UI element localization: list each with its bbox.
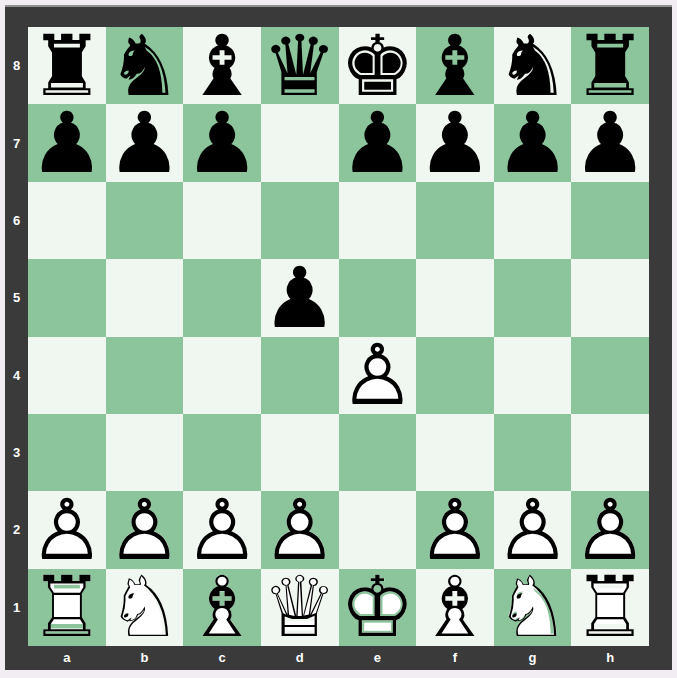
black-pawn-glyph: ♟: [106, 104, 184, 181]
black-pawn-g7[interactable]: ♟: [494, 104, 572, 181]
square-h4[interactable]: [571, 337, 649, 414]
black-bishop-glyph: ♝: [183, 27, 261, 104]
white-knight-g1[interactable]: ♞♘: [494, 569, 572, 646]
square-e6[interactable]: [339, 182, 417, 259]
black-pawn-a7[interactable]: ♟: [28, 104, 106, 181]
square-a1[interactable]: ♜♖: [28, 569, 106, 646]
white-pawn-glyph: ♙: [416, 491, 494, 568]
square-d5[interactable]: ♟: [261, 259, 339, 336]
square-f5[interactable]: [416, 259, 494, 336]
black-bishop-c8[interactable]: ♝: [183, 27, 261, 104]
black-pawn-h7[interactable]: ♟: [571, 104, 649, 181]
square-a3[interactable]: [28, 414, 106, 491]
white-rook-a1[interactable]: ♜♖: [28, 569, 106, 646]
square-h2[interactable]: ♟♙: [571, 491, 649, 568]
black-bishop-glyph: ♝: [416, 27, 494, 104]
file-label-a: a: [28, 646, 106, 668]
white-king-fill: ♚: [339, 569, 417, 646]
white-pawn-e4[interactable]: ♟♙: [339, 337, 417, 414]
black-pawn-e7[interactable]: ♟: [339, 104, 417, 181]
white-pawn-glyph: ♙: [28, 491, 106, 568]
square-c5[interactable]: [183, 259, 261, 336]
black-pawn-glyph: ♟: [571, 104, 649, 181]
white-bishop-fill: ♝: [183, 569, 261, 646]
square-a7[interactable]: ♟: [28, 104, 106, 181]
square-g8[interactable]: ♞: [494, 27, 572, 104]
square-c7[interactable]: ♟: [183, 104, 261, 181]
square-d6[interactable]: [261, 182, 339, 259]
black-pawn-glyph: ♟: [416, 104, 494, 181]
white-queen-glyph: ♕: [261, 569, 339, 646]
black-pawn-glyph: ♟: [261, 259, 339, 336]
black-knight-glyph: ♞: [106, 27, 184, 104]
square-g5[interactable]: [494, 259, 572, 336]
file-label-f: f: [416, 646, 494, 668]
square-d3[interactable]: [261, 414, 339, 491]
rank-label-5: 5: [5, 259, 28, 336]
black-pawn-b7[interactable]: ♟: [106, 104, 184, 181]
white-queen-d1[interactable]: ♛♕: [261, 569, 339, 646]
white-rook-fill: ♜: [571, 569, 649, 646]
white-queen-fill: ♛: [261, 569, 339, 646]
square-b4[interactable]: [106, 337, 184, 414]
square-d4[interactable]: [261, 337, 339, 414]
square-g6[interactable]: [494, 182, 572, 259]
white-rook-glyph: ♖: [28, 569, 106, 646]
white-king-e1[interactable]: ♚♔: [339, 569, 417, 646]
white-pawn-fill: ♟: [106, 491, 184, 568]
white-pawn-glyph: ♙: [339, 337, 417, 414]
square-b6[interactable]: [106, 182, 184, 259]
black-pawn-c7[interactable]: ♟: [183, 104, 261, 181]
square-c6[interactable]: [183, 182, 261, 259]
rank-label-1: 1: [5, 569, 28, 646]
chess-board: ♜♞♝♛♚♝♞♜♟♟♟♟♟♟♟♟♟♙♟♙♟♙♟♙♟♙♟♙♟♙♟♙♜♖♞♘♝♗♛♕…: [28, 27, 649, 646]
square-h1[interactable]: ♜♖: [571, 569, 649, 646]
square-f1[interactable]: ♝♗: [416, 569, 494, 646]
square-c3[interactable]: [183, 414, 261, 491]
square-g1[interactable]: ♞♘: [494, 569, 572, 646]
square-e8[interactable]: ♚: [339, 27, 417, 104]
black-rook-glyph: ♜: [571, 27, 649, 104]
white-pawn-fill: ♟: [571, 491, 649, 568]
white-pawn-g2[interactable]: ♟♙: [494, 491, 572, 568]
black-queen-d8[interactable]: ♛: [261, 27, 339, 104]
white-pawn-glyph: ♙: [106, 491, 184, 568]
black-king-e8[interactable]: ♚: [339, 27, 417, 104]
square-e4[interactable]: ♟♙: [339, 337, 417, 414]
square-d8[interactable]: ♛: [261, 27, 339, 104]
square-b8[interactable]: ♞: [106, 27, 184, 104]
white-pawn-f2[interactable]: ♟♙: [416, 491, 494, 568]
white-pawn-h2[interactable]: ♟♙: [571, 491, 649, 568]
white-pawn-fill: ♟: [494, 491, 572, 568]
white-bishop-f1[interactable]: ♝♗: [416, 569, 494, 646]
square-a6[interactable]: [28, 182, 106, 259]
black-pawn-glyph: ♟: [339, 104, 417, 181]
square-g2[interactable]: ♟♙: [494, 491, 572, 568]
black-pawn-d5[interactable]: ♟: [261, 259, 339, 336]
square-g3[interactable]: [494, 414, 572, 491]
white-pawn-glyph: ♙: [494, 491, 572, 568]
black-knight-g8[interactable]: ♞: [494, 27, 572, 104]
square-a5[interactable]: [28, 259, 106, 336]
white-knight-fill: ♞: [106, 569, 184, 646]
square-c4[interactable]: [183, 337, 261, 414]
white-bishop-c1[interactable]: ♝♗: [183, 569, 261, 646]
white-pawn-glyph: ♙: [571, 491, 649, 568]
file-label-h: h: [571, 646, 649, 668]
black-rook-a8[interactable]: ♜: [28, 27, 106, 104]
black-pawn-glyph: ♟: [28, 104, 106, 181]
white-pawn-fill: ♟: [28, 491, 106, 568]
square-c8[interactable]: ♝: [183, 27, 261, 104]
rank-label-6: 6: [5, 182, 28, 259]
square-h5[interactable]: [571, 259, 649, 336]
square-b2[interactable]: ♟♙: [106, 491, 184, 568]
black-bishop-f8[interactable]: ♝: [416, 27, 494, 104]
square-h8[interactable]: ♜: [571, 27, 649, 104]
square-g4[interactable]: [494, 337, 572, 414]
square-f7[interactable]: ♟: [416, 104, 494, 181]
white-pawn-fill: ♟: [183, 491, 261, 568]
square-h6[interactable]: [571, 182, 649, 259]
square-e3[interactable]: [339, 414, 417, 491]
white-knight-glyph: ♘: [494, 569, 572, 646]
white-rook-glyph: ♖: [571, 569, 649, 646]
square-e5[interactable]: [339, 259, 417, 336]
square-h7[interactable]: ♟: [571, 104, 649, 181]
square-b3[interactable]: [106, 414, 184, 491]
file-label-e: e: [339, 646, 417, 668]
white-pawn-fill: ♟: [416, 491, 494, 568]
file-label-c: c: [183, 646, 261, 668]
white-pawn-d2[interactable]: ♟♙: [261, 491, 339, 568]
square-a2[interactable]: ♟♙: [28, 491, 106, 568]
white-pawn-a2[interactable]: ♟♙: [28, 491, 106, 568]
white-bishop-glyph: ♗: [183, 569, 261, 646]
square-b1[interactable]: ♞♘: [106, 569, 184, 646]
square-h3[interactable]: [571, 414, 649, 491]
file-labels: abcdefgh: [28, 646, 649, 668]
white-bishop-glyph: ♗: [416, 569, 494, 646]
square-e7[interactable]: ♟: [339, 104, 417, 181]
square-e1[interactable]: ♚♔: [339, 569, 417, 646]
square-c2[interactable]: ♟♙: [183, 491, 261, 568]
white-rook-h1[interactable]: ♜♖: [571, 569, 649, 646]
board-frame: 87654321 ♜♞♝♛♚♝♞♜♟♟♟♟♟♟♟♟♟♙♟♙♟♙♟♙♟♙♟♙♟♙♟…: [5, 5, 672, 670]
white-pawn-c2[interactable]: ♟♙: [183, 491, 261, 568]
white-bishop-fill: ♝: [416, 569, 494, 646]
square-f4[interactable]: [416, 337, 494, 414]
rank-label-7: 7: [5, 104, 28, 181]
white-knight-fill: ♞: [494, 569, 572, 646]
white-knight-b1[interactable]: ♞♘: [106, 569, 184, 646]
white-pawn-glyph: ♙: [183, 491, 261, 568]
square-a8[interactable]: ♜: [28, 27, 106, 104]
white-rook-fill: ♜: [28, 569, 106, 646]
white-knight-glyph: ♘: [106, 569, 184, 646]
square-f8[interactable]: ♝: [416, 27, 494, 104]
rank-label-3: 3: [5, 414, 28, 491]
square-f3[interactable]: [416, 414, 494, 491]
black-queen-glyph: ♛: [261, 27, 339, 104]
black-pawn-glyph: ♟: [494, 104, 572, 181]
rank-labels: 87654321: [5, 27, 28, 646]
file-label-g: g: [494, 646, 572, 668]
white-pawn-fill: ♟: [339, 337, 417, 414]
white-king-glyph: ♔: [339, 569, 417, 646]
black-rook-h8[interactable]: ♜: [571, 27, 649, 104]
square-e2[interactable]: [339, 491, 417, 568]
rank-label-2: 2: [5, 491, 28, 568]
square-d2[interactable]: ♟♙: [261, 491, 339, 568]
square-d1[interactable]: ♛♕: [261, 569, 339, 646]
square-b5[interactable]: [106, 259, 184, 336]
black-pawn-f7[interactable]: ♟: [416, 104, 494, 181]
square-a4[interactable]: [28, 337, 106, 414]
white-pawn-glyph: ♙: [261, 491, 339, 568]
file-label-b: b: [106, 646, 184, 668]
square-f2[interactable]: ♟♙: [416, 491, 494, 568]
square-c1[interactable]: ♝♗: [183, 569, 261, 646]
white-pawn-b2[interactable]: ♟♙: [106, 491, 184, 568]
square-d7[interactable]: [261, 104, 339, 181]
file-label-d: d: [261, 646, 339, 668]
square-f6[interactable]: [416, 182, 494, 259]
white-pawn-fill: ♟: [261, 491, 339, 568]
black-knight-b8[interactable]: ♞: [106, 27, 184, 104]
square-g7[interactable]: ♟: [494, 104, 572, 181]
black-pawn-glyph: ♟: [183, 104, 261, 181]
rank-label-4: 4: [5, 337, 28, 414]
square-b7[interactable]: ♟: [106, 104, 184, 181]
black-king-glyph: ♚: [339, 27, 417, 104]
black-knight-glyph: ♞: [494, 27, 572, 104]
black-rook-glyph: ♜: [28, 27, 106, 104]
rank-label-8: 8: [5, 27, 28, 104]
